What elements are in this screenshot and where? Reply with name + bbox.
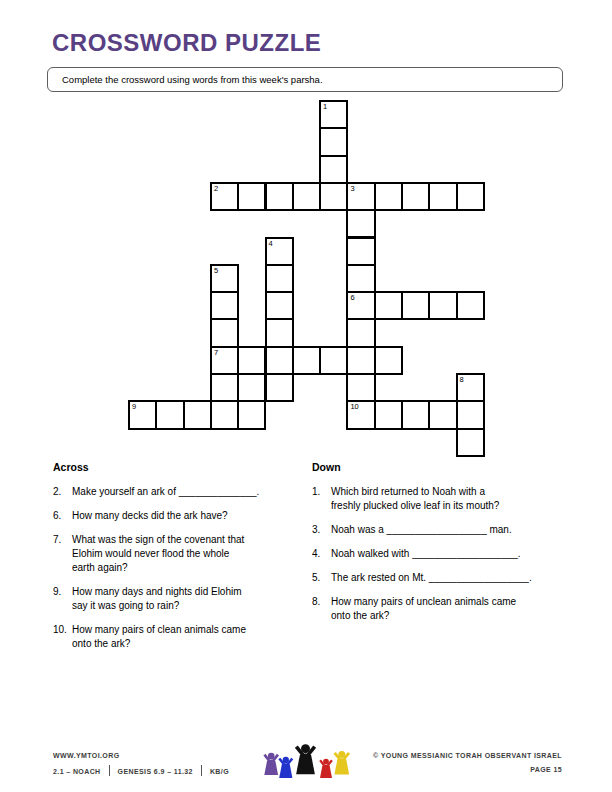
grid-cell[interactable] — [374, 291, 403, 320]
cell-number: 4 — [269, 239, 273, 248]
grid-cell[interactable] — [155, 400, 184, 429]
logo-figure-blue — [278, 757, 293, 778]
clue-text: Make yourself an ark of ______________. — [72, 485, 259, 499]
cell-number: 5 — [214, 266, 218, 275]
grid-cell[interactable] — [265, 264, 294, 293]
cell-number: 2 — [214, 184, 218, 193]
grid-cell[interactable] — [265, 346, 294, 375]
clue-down-5: 5.The ark rested on Mt. ________________… — [312, 571, 570, 585]
clue-across-10: 10.How many pairs of clean animals came … — [53, 623, 307, 651]
clue-text: Noah was a __________________ man. — [331, 523, 512, 537]
instruction-box: Complete the crossword using words from … — [47, 67, 563, 92]
clue-text: How many pairs of clean animals came ont… — [72, 623, 246, 651]
grid-cell[interactable] — [183, 400, 212, 429]
clue-text: Noah walked with ___________________. — [331, 547, 521, 561]
clue-number: 3. — [312, 523, 331, 537]
footer-divider — [201, 765, 202, 776]
clue-number: 8. — [312, 595, 331, 623]
grid-cell[interactable] — [346, 346, 375, 375]
ymtoi-logo-figures — [262, 743, 354, 789]
clue-text: How many days and nights did Elohim say … — [72, 585, 242, 613]
clue-text: How many decks did the ark have? — [72, 509, 228, 523]
grid-cell[interactable] — [265, 291, 294, 320]
grid-cell[interactable]: 9 — [128, 400, 157, 429]
grid-cell[interactable] — [374, 182, 403, 211]
logo-figure-black — [295, 744, 316, 774]
grid-cell[interactable]: 2 — [210, 182, 239, 211]
logo-figure-yellow — [333, 751, 350, 775]
footer-page-number: PAGE 15 — [373, 766, 562, 773]
clue-number: 6. — [53, 509, 72, 523]
cell-number: 1 — [323, 102, 327, 111]
footer-code: KB/G — [210, 768, 229, 775]
grid-cell[interactable] — [210, 318, 239, 347]
footer-right: © YOUNG MESSIANIC TORAH OBSERVANT ISRAEL… — [373, 752, 562, 773]
clue-number: 5. — [312, 571, 331, 585]
logo-figure-red — [319, 759, 333, 778]
footer-copyright: © YOUNG MESSIANIC TORAH OBSERVANT ISRAEL — [373, 752, 562, 759]
grid-cell[interactable] — [319, 127, 348, 156]
grid-cell[interactable] — [428, 400, 457, 429]
grid-cell[interactable] — [237, 400, 266, 429]
clue-down-3: 3.Noah was a __________________ man. — [312, 523, 570, 537]
grid-cell[interactable] — [346, 373, 375, 402]
grid-cell[interactable] — [265, 373, 294, 402]
grid-cell[interactable]: 10 — [346, 400, 375, 429]
clue-down-4: 4.Noah walked with ___________________. — [312, 547, 570, 561]
grid-cell[interactable] — [456, 291, 485, 320]
grid-cell[interactable] — [237, 373, 266, 402]
grid-cell[interactable] — [428, 291, 457, 320]
grid-cell[interactable] — [319, 182, 348, 211]
down-clue-list: 1.Which bird returned to Noah with a fre… — [312, 485, 570, 623]
grid-cell[interactable] — [401, 400, 430, 429]
instruction-text: Complete the crossword using words from … — [62, 74, 323, 85]
clue-text: What was the sign of the covenant that E… — [72, 533, 244, 575]
page-title: CROSSWORD PUZZLE — [52, 29, 321, 57]
clue-number: 10. — [53, 623, 72, 651]
grid-cell[interactable] — [401, 291, 430, 320]
clue-down-1: 1.Which bird returned to Noah with a fre… — [312, 485, 570, 513]
grid-cell[interactable] — [346, 237, 375, 266]
across-clue-list: 2.Make yourself an ark of ______________… — [53, 485, 307, 651]
clue-text: The ark rested on Mt. __________________… — [331, 571, 532, 585]
grid-cell[interactable] — [265, 182, 294, 211]
clue-number: 9. — [53, 585, 72, 613]
cell-number: 7 — [214, 348, 218, 357]
grid-cell[interactable]: 6 — [346, 291, 375, 320]
grid-cell[interactable] — [210, 291, 239, 320]
grid-cell[interactable] — [456, 400, 485, 429]
grid-cell[interactable]: 5 — [210, 264, 239, 293]
grid-cell[interactable] — [428, 182, 457, 211]
clue-number: 7. — [53, 533, 72, 575]
ymtoi-logo — [262, 743, 354, 792]
clue-text: How many pairs of unclean animals came o… — [331, 595, 516, 623]
logo-figure-purple — [263, 753, 279, 775]
clue-across-7: 7.What was the sign of the covenant that… — [53, 533, 307, 575]
cell-number: 3 — [350, 184, 354, 193]
footer-divider — [109, 765, 110, 776]
grid-cell[interactable] — [374, 400, 403, 429]
grid-cell[interactable]: 7 — [210, 346, 239, 375]
footer-lesson-line: 2.1 – NOACHGENESIS 6.9 – 11.32KB/G — [53, 765, 229, 776]
clue-number: 2. — [53, 485, 72, 499]
grid-cell[interactable] — [456, 182, 485, 211]
clue-number: 1. — [312, 485, 331, 513]
grid-cell[interactable] — [292, 182, 321, 211]
cell-number: 10 — [350, 402, 358, 411]
grid-cell[interactable] — [319, 155, 348, 184]
grid-cell[interactable] — [210, 400, 239, 429]
clue-number: 4. — [312, 547, 331, 561]
footer-left: WWW.YMTOI.ORG 2.1 – NOACHGENESIS 6.9 – 1… — [53, 752, 229, 776]
cell-number: 9 — [132, 402, 136, 411]
grid-cell[interactable] — [346, 209, 375, 238]
across-clues: Across 2.Make yourself an ark of _______… — [53, 461, 307, 661]
grid-cell[interactable] — [292, 346, 321, 375]
cell-number: 6 — [350, 293, 354, 302]
grid-cell[interactable] — [237, 182, 266, 211]
grid-cell[interactable] — [374, 346, 403, 375]
grid-cell[interactable] — [237, 346, 266, 375]
clue-across-2: 2.Make yourself an ark of ______________… — [53, 485, 307, 499]
clue-down-8: 8.How many pairs of unclean animals came… — [312, 595, 570, 623]
crossword-grid: 12345678910 — [129, 101, 485, 457]
down-clues: Down 1.Which bird returned to Noah with … — [312, 461, 570, 633]
cell-number: 8 — [460, 375, 464, 384]
grid-cell[interactable] — [210, 373, 239, 402]
grid-cell[interactable] — [456, 428, 485, 457]
clue-across-6: 6.How many decks did the ark have? — [53, 509, 307, 523]
footer-website: WWW.YMTOI.ORG — [53, 752, 229, 759]
grid-cell[interactable]: 3 — [346, 182, 375, 211]
grid-cell[interactable] — [346, 264, 375, 293]
grid-cell[interactable] — [346, 318, 375, 347]
worksheet-page: CROSSWORD PUZZLE Complete the crossword … — [0, 0, 612, 792]
clue-text: Which bird returned to Noah with a fresh… — [331, 485, 499, 513]
footer-scripture: GENESIS 6.9 – 11.32 — [118, 768, 193, 775]
grid-cell[interactable]: 4 — [265, 237, 294, 266]
grid-cell[interactable]: 1 — [319, 100, 348, 129]
grid-cell[interactable] — [265, 318, 294, 347]
across-header: Across — [53, 461, 307, 473]
grid-cell[interactable]: 8 — [456, 373, 485, 402]
footer-lesson: 2.1 – NOACH — [53, 768, 101, 775]
clue-across-9: 9.How many days and nights did Elohim sa… — [53, 585, 307, 613]
grid-cell[interactable] — [319, 346, 348, 375]
down-header: Down — [312, 461, 570, 473]
grid-cell[interactable] — [401, 182, 430, 211]
